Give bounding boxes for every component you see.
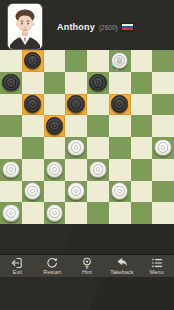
board-square[interactable] xyxy=(44,159,66,181)
board-square[interactable] xyxy=(0,137,22,159)
board-toolbar-gap xyxy=(0,224,174,255)
takeback-icon xyxy=(116,257,128,269)
board-square[interactable] xyxy=(22,137,44,159)
black-man[interactable] xyxy=(89,74,107,92)
board-square[interactable] xyxy=(109,181,131,203)
board-square[interactable] xyxy=(22,72,44,94)
board-square[interactable] xyxy=(152,159,174,181)
board-square[interactable] xyxy=(109,115,131,137)
board-square[interactable] xyxy=(87,94,109,116)
board-square[interactable] xyxy=(65,202,87,224)
black-man[interactable] xyxy=(24,95,42,113)
board-square[interactable] xyxy=(131,50,153,72)
board-square[interactable] xyxy=(0,181,22,203)
board-square[interactable] xyxy=(0,202,22,224)
black-man[interactable] xyxy=(24,52,42,70)
board-square[interactable] xyxy=(87,202,109,224)
restart-button[interactable]: Restart xyxy=(35,255,70,277)
promotion-sparkle xyxy=(116,69,118,71)
board-square[interactable] xyxy=(65,115,87,137)
board-square[interactable] xyxy=(152,50,174,72)
board-square[interactable] xyxy=(109,72,131,94)
board-square[interactable] xyxy=(65,72,87,94)
board-square[interactable] xyxy=(131,137,153,159)
board-square[interactable] xyxy=(22,181,44,203)
board-square[interactable] xyxy=(109,94,131,116)
menu-button[interactable]: Menu xyxy=(139,255,174,277)
board-square[interactable] xyxy=(0,115,22,137)
board-square[interactable] xyxy=(0,50,22,72)
white-man[interactable] xyxy=(46,161,64,179)
board-square[interactable] xyxy=(0,72,22,94)
board-square[interactable] xyxy=(65,159,87,181)
board-square[interactable] xyxy=(152,115,174,137)
board-square[interactable] xyxy=(44,72,66,94)
white-man[interactable] xyxy=(111,182,129,200)
white-king[interactable]: ♕ xyxy=(111,52,129,70)
black-man[interactable] xyxy=(67,95,85,113)
board-square[interactable] xyxy=(131,94,153,116)
white-man[interactable] xyxy=(67,139,85,157)
exit-label: Exit xyxy=(13,270,22,276)
white-man[interactable] xyxy=(46,204,64,222)
board-square[interactable] xyxy=(44,137,66,159)
board-square[interactable] xyxy=(22,159,44,181)
bottom-background xyxy=(0,277,174,310)
black-man[interactable] xyxy=(46,117,64,135)
exit-button[interactable]: Exit xyxy=(0,255,35,277)
takeback-label: Takeback xyxy=(110,270,133,276)
board-square[interactable] xyxy=(87,72,109,94)
king-crown-icon: ♕ xyxy=(112,53,128,69)
board-square[interactable] xyxy=(44,202,66,224)
board-square[interactable] xyxy=(44,181,66,203)
board-square[interactable] xyxy=(65,137,87,159)
board-square[interactable] xyxy=(87,115,109,137)
board-square[interactable] xyxy=(44,115,66,137)
board-square[interactable] xyxy=(44,50,66,72)
board-square[interactable] xyxy=(131,159,153,181)
hint-icon xyxy=(81,257,93,269)
white-man[interactable] xyxy=(89,161,107,179)
board-square[interactable] xyxy=(87,159,109,181)
takeback-button[interactable]: Takeback xyxy=(104,255,139,277)
hint-label: Hint xyxy=(82,270,92,276)
board-square[interactable] xyxy=(22,115,44,137)
board-square[interactable] xyxy=(0,94,22,116)
white-man[interactable] xyxy=(24,182,42,200)
board-square[interactable] xyxy=(152,72,174,94)
board-square[interactable] xyxy=(152,94,174,116)
board-square[interactable] xyxy=(22,50,44,72)
white-man[interactable] xyxy=(67,182,85,200)
board-square[interactable] xyxy=(131,181,153,203)
hint-button[interactable]: Hint xyxy=(70,255,105,277)
board-square[interactable] xyxy=(65,50,87,72)
restart-label: Restart xyxy=(43,270,61,276)
board-square[interactable]: ♕ xyxy=(109,50,131,72)
russia-flag-icon xyxy=(121,23,134,32)
board-square[interactable] xyxy=(131,202,153,224)
board-square[interactable] xyxy=(87,181,109,203)
board-square[interactable] xyxy=(109,137,131,159)
player-bar: Anthony (2600) xyxy=(0,0,174,50)
board-square[interactable] xyxy=(22,94,44,116)
menu-label: Menu xyxy=(150,270,164,276)
black-man[interactable] xyxy=(2,74,20,92)
board-square[interactable] xyxy=(131,72,153,94)
white-man[interactable] xyxy=(154,139,172,157)
white-man[interactable] xyxy=(2,204,20,222)
checkers-board: ♕ xyxy=(0,50,174,224)
app-screen: Anthony (2600) ♕ Exit Restart xyxy=(0,0,174,310)
bottom-toolbar: Exit Restart Hint Takeback xyxy=(0,255,174,277)
board-square[interactable] xyxy=(109,202,131,224)
board-square[interactable] xyxy=(152,181,174,203)
restart-icon xyxy=(46,257,58,269)
exit-icon xyxy=(11,257,23,269)
menu-icon xyxy=(151,257,163,269)
board-square[interactable] xyxy=(152,202,174,224)
board-square[interactable] xyxy=(44,94,66,116)
player-rating: (2600) xyxy=(99,24,118,31)
board-square[interactable] xyxy=(152,137,174,159)
white-man[interactable] xyxy=(2,161,20,179)
board-square[interactable] xyxy=(131,115,153,137)
board-square[interactable] xyxy=(22,202,44,224)
player-name: Anthony xyxy=(57,22,95,32)
board-square[interactable] xyxy=(87,50,109,72)
board-square[interactable] xyxy=(0,159,22,181)
board-square[interactable] xyxy=(65,94,87,116)
cartoon-man-avatar xyxy=(8,4,42,49)
board-square[interactable] xyxy=(87,137,109,159)
board-square[interactable] xyxy=(109,159,131,181)
avatar xyxy=(8,4,42,49)
black-man[interactable] xyxy=(111,95,129,113)
board-square[interactable] xyxy=(65,181,87,203)
